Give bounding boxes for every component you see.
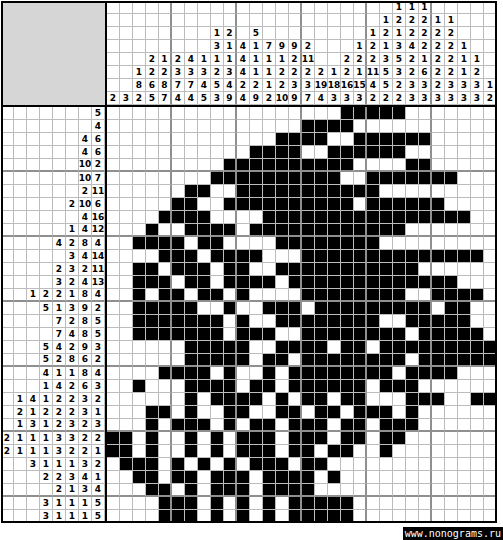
grid-cell-filled[interactable] (354, 107, 367, 120)
grid-cell-empty[interactable] (367, 471, 380, 484)
grid-cell-filled[interactable] (341, 367, 354, 380)
grid-cell-filled[interactable] (354, 276, 367, 289)
grid-cell-filled[interactable] (224, 172, 237, 185)
grid-cell-empty[interactable] (133, 146, 146, 159)
grid-cell-filled[interactable] (328, 497, 341, 510)
grid-cell-filled[interactable] (328, 237, 341, 250)
grid-cell-empty[interactable] (146, 380, 159, 393)
grid-cell-empty[interactable] (354, 120, 367, 133)
grid-cell-empty[interactable] (172, 484, 185, 497)
grid-cell-filled[interactable] (302, 289, 315, 302)
grid-cell-filled[interactable] (289, 211, 302, 224)
grid-cell-filled[interactable] (276, 133, 289, 146)
grid-cell-empty[interactable] (237, 107, 250, 120)
grid-cell-empty[interactable] (133, 406, 146, 419)
grid-cell-filled[interactable] (198, 328, 211, 341)
grid-cell-filled[interactable] (367, 146, 380, 159)
grid-cell-filled[interactable] (315, 380, 328, 393)
grid-cell-empty[interactable] (458, 445, 471, 458)
grid-cell-empty[interactable] (133, 172, 146, 185)
grid-cell-filled[interactable] (354, 185, 367, 198)
grid-cell-filled[interactable] (393, 380, 406, 393)
grid-cell-empty[interactable] (185, 237, 198, 250)
grid-cell-empty[interactable] (276, 250, 289, 263)
grid-cell-filled[interactable] (133, 276, 146, 289)
grid-cell-empty[interactable] (107, 328, 120, 341)
grid-cell-filled[interactable] (406, 393, 419, 406)
grid-cell-empty[interactable] (471, 237, 484, 250)
grid-cell-filled[interactable] (263, 458, 276, 471)
grid-cell-empty[interactable] (146, 354, 159, 367)
grid-cell-empty[interactable] (419, 146, 432, 159)
grid-cell-filled[interactable] (393, 302, 406, 315)
grid-cell-filled[interactable] (367, 315, 380, 328)
grid-cell-empty[interactable] (224, 133, 237, 146)
grid-cell-empty[interactable] (133, 198, 146, 211)
grid-cell-empty[interactable] (107, 224, 120, 237)
grid-cell-filled[interactable] (445, 289, 458, 302)
grid-cell-filled[interactable] (302, 315, 315, 328)
grid-cell-empty[interactable] (458, 393, 471, 406)
grid-cell-filled[interactable] (315, 393, 328, 406)
grid-cell-filled[interactable] (146, 276, 159, 289)
grid-cell-filled[interactable] (211, 432, 224, 445)
grid-cell-empty[interactable] (458, 198, 471, 211)
grid-cell-empty[interactable] (107, 341, 120, 354)
grid-cell-filled[interactable] (185, 380, 198, 393)
grid-cell-empty[interactable] (237, 367, 250, 380)
grid-cell-empty[interactable] (419, 432, 432, 445)
grid-cell-empty[interactable] (250, 497, 263, 510)
grid-cell-filled[interactable] (315, 185, 328, 198)
grid-cell-filled[interactable] (406, 211, 419, 224)
grid-cell-empty[interactable] (172, 393, 185, 406)
grid-cell-filled[interactable] (328, 224, 341, 237)
grid-cell-empty[interactable] (445, 458, 458, 471)
grid-cell-filled[interactable] (315, 172, 328, 185)
grid-cell-filled[interactable] (471, 289, 484, 302)
grid-cell-filled[interactable] (198, 263, 211, 276)
grid-cell-filled[interactable] (445, 354, 458, 367)
grid-cell-filled[interactable] (263, 185, 276, 198)
grid-cell-empty[interactable] (211, 276, 224, 289)
grid-cell-empty[interactable] (328, 393, 341, 406)
grid-cell-filled[interactable] (380, 445, 393, 458)
grid-cell-filled[interactable] (211, 237, 224, 250)
grid-cell-empty[interactable] (146, 211, 159, 224)
grid-cell-filled[interactable] (237, 354, 250, 367)
grid-cell-filled[interactable] (276, 198, 289, 211)
grid-cell-filled[interactable] (354, 224, 367, 237)
grid-cell-empty[interactable] (185, 133, 198, 146)
grid-cell-empty[interactable] (419, 445, 432, 458)
grid-cell-filled[interactable] (185, 224, 198, 237)
grid-cell-filled[interactable] (172, 250, 185, 263)
grid-cell-filled[interactable] (393, 289, 406, 302)
grid-cell-empty[interactable] (107, 120, 120, 133)
grid-cell-empty[interactable] (250, 367, 263, 380)
grid-cell-filled[interactable] (432, 289, 445, 302)
grid-cell-filled[interactable] (237, 484, 250, 497)
grid-cell-filled[interactable] (250, 159, 263, 172)
grid-cell-filled[interactable] (354, 289, 367, 302)
grid-cell-empty[interactable] (172, 445, 185, 458)
grid-cell-empty[interactable] (354, 497, 367, 510)
grid-cell-empty[interactable] (120, 133, 133, 146)
grid-cell-filled[interactable] (289, 185, 302, 198)
grid-cell-empty[interactable] (471, 107, 484, 120)
grid-cell-empty[interactable] (393, 315, 406, 328)
grid-cell-filled[interactable] (393, 198, 406, 211)
grid-cell-empty[interactable] (458, 380, 471, 393)
grid-cell-filled[interactable] (276, 146, 289, 159)
grid-cell-empty[interactable] (458, 432, 471, 445)
grid-cell-empty[interactable] (276, 120, 289, 133)
grid-cell-filled[interactable] (276, 159, 289, 172)
grid-cell-filled[interactable] (146, 406, 159, 419)
grid-cell-filled[interactable] (120, 432, 133, 445)
grid-cell-filled[interactable] (367, 328, 380, 341)
grid-cell-filled[interactable] (315, 263, 328, 276)
grid-cell-filled[interactable] (263, 224, 276, 237)
grid-cell-filled[interactable] (237, 289, 250, 302)
grid-cell-empty[interactable] (107, 484, 120, 497)
grid-cell-filled[interactable] (302, 419, 315, 432)
grid-cell-filled[interactable] (302, 263, 315, 276)
grid-cell-empty[interactable] (406, 458, 419, 471)
grid-cell-filled[interactable] (263, 367, 276, 380)
grid-cell-filled[interactable] (211, 354, 224, 367)
grid-cell-filled[interactable] (276, 302, 289, 315)
grid-cell-empty[interactable] (159, 133, 172, 146)
grid-cell-empty[interactable] (263, 120, 276, 133)
grid-cell-empty[interactable] (406, 328, 419, 341)
grid-cell-filled[interactable] (302, 120, 315, 133)
grid-cell-filled[interactable] (198, 185, 211, 198)
grid-cell-empty[interactable] (185, 107, 198, 120)
grid-cell-filled[interactable] (237, 250, 250, 263)
grid-cell-empty[interactable] (406, 146, 419, 159)
grid-cell-empty[interactable] (458, 159, 471, 172)
grid-cell-filled[interactable] (302, 198, 315, 211)
grid-cell-empty[interactable] (159, 380, 172, 393)
grid-cell-empty[interactable] (432, 133, 445, 146)
grid-cell-empty[interactable] (432, 146, 445, 159)
grid-cell-empty[interactable] (159, 146, 172, 159)
grid-cell-filled[interactable] (458, 354, 471, 367)
grid-cell-filled[interactable] (367, 185, 380, 198)
grid-cell-empty[interactable] (146, 120, 159, 133)
grid-cell-empty[interactable] (432, 185, 445, 198)
grid-cell-filled[interactable] (367, 406, 380, 419)
grid-cell-filled[interactable] (380, 146, 393, 159)
grid-cell-filled[interactable] (419, 341, 432, 354)
grid-cell-filled[interactable] (380, 172, 393, 185)
grid-cell-filled[interactable] (380, 198, 393, 211)
grid-cell-empty[interactable] (133, 341, 146, 354)
grid-cell-filled[interactable] (341, 211, 354, 224)
grid-cell-filled[interactable] (289, 159, 302, 172)
grid-cell-empty[interactable] (237, 380, 250, 393)
grid-cell-empty[interactable] (224, 120, 237, 133)
grid-cell-filled[interactable] (406, 172, 419, 185)
grid-cell-filled[interactable] (185, 367, 198, 380)
grid-cell-filled[interactable] (328, 367, 341, 380)
grid-cell-empty[interactable] (107, 393, 120, 406)
grid-cell-empty[interactable] (198, 471, 211, 484)
grid-cell-empty[interactable] (419, 458, 432, 471)
grid-cell-filled[interactable] (315, 458, 328, 471)
grid-cell-filled[interactable] (354, 250, 367, 263)
grid-cell-filled[interactable] (341, 354, 354, 367)
grid-cell-filled[interactable] (172, 419, 185, 432)
grid-cell-empty[interactable] (120, 237, 133, 250)
grid-cell-empty[interactable] (172, 276, 185, 289)
grid-cell-filled[interactable] (198, 315, 211, 328)
grid-cell-filled[interactable] (159, 367, 172, 380)
grid-cell-filled[interactable] (263, 198, 276, 211)
grid-cell-filled[interactable] (367, 367, 380, 380)
grid-cell-filled[interactable] (224, 263, 237, 276)
grid-cell-empty[interactable] (211, 107, 224, 120)
grid-cell-filled[interactable] (263, 211, 276, 224)
grid-cell-empty[interactable] (406, 289, 419, 302)
grid-cell-empty[interactable] (107, 172, 120, 185)
grid-cell-empty[interactable] (393, 471, 406, 484)
grid-cell-empty[interactable] (107, 211, 120, 224)
grid-cell-empty[interactable] (445, 263, 458, 276)
grid-cell-filled[interactable] (315, 224, 328, 237)
grid-cell-empty[interactable] (445, 120, 458, 133)
grid-cell-empty[interactable] (120, 276, 133, 289)
grid-cell-empty[interactable] (380, 393, 393, 406)
grid-cell-filled[interactable] (302, 432, 315, 445)
grid-cell-empty[interactable] (120, 393, 133, 406)
grid-cell-filled[interactable] (276, 172, 289, 185)
grid-cell-filled[interactable] (263, 328, 276, 341)
grid-cell-empty[interactable] (419, 471, 432, 484)
grid-cell-filled[interactable] (302, 211, 315, 224)
grid-cell-filled[interactable] (380, 367, 393, 380)
grid-cell-empty[interactable] (328, 341, 341, 354)
grid-cell-filled[interactable] (289, 497, 302, 510)
grid-cell-empty[interactable] (107, 419, 120, 432)
grid-cell-filled[interactable] (224, 341, 237, 354)
grid-cell-filled[interactable] (367, 250, 380, 263)
grid-cell-filled[interactable] (133, 263, 146, 276)
grid-cell-empty[interactable] (328, 419, 341, 432)
grid-cell-empty[interactable] (445, 484, 458, 497)
grid-cell-empty[interactable] (107, 146, 120, 159)
grid-cell-empty[interactable] (120, 159, 133, 172)
grid-cell-filled[interactable] (367, 276, 380, 289)
grid-cell-empty[interactable] (120, 172, 133, 185)
grid-cell-filled[interactable] (328, 302, 341, 315)
grid-cell-empty[interactable] (445, 393, 458, 406)
grid-cell-empty[interactable] (198, 432, 211, 445)
grid-cell-empty[interactable] (289, 328, 302, 341)
grid-cell-empty[interactable] (237, 133, 250, 146)
grid-cell-empty[interactable] (302, 146, 315, 159)
grid-cell-empty[interactable] (237, 146, 250, 159)
grid-cell-empty[interactable] (133, 107, 146, 120)
grid-cell-empty[interactable] (250, 133, 263, 146)
grid-cell-filled[interactable] (406, 315, 419, 328)
grid-cell-empty[interactable] (198, 497, 211, 510)
grid-cell-empty[interactable] (445, 107, 458, 120)
grid-cell-empty[interactable] (172, 224, 185, 237)
grid-cell-filled[interactable] (198, 354, 211, 367)
grid-cell-empty[interactable] (172, 432, 185, 445)
grid-cell-filled[interactable] (289, 380, 302, 393)
grid-cell-filled[interactable] (315, 497, 328, 510)
grid-cell-filled[interactable] (289, 146, 302, 159)
grid-cell-filled[interactable] (159, 237, 172, 250)
grid-cell-filled[interactable] (146, 419, 159, 432)
grid-cell-empty[interactable] (237, 211, 250, 224)
grid-cell-filled[interactable] (354, 406, 367, 419)
grid-cell-filled[interactable] (445, 276, 458, 289)
grid-cell-filled[interactable] (185, 393, 198, 406)
grid-cell-filled[interactable] (237, 406, 250, 419)
grid-cell-empty[interactable] (471, 172, 484, 185)
grid-cell-empty[interactable] (133, 159, 146, 172)
grid-cell-empty[interactable] (471, 458, 484, 471)
grid-cell-empty[interactable] (211, 133, 224, 146)
grid-cell-empty[interactable] (250, 107, 263, 120)
grid-cell-empty[interactable] (393, 445, 406, 458)
grid-cell-filled[interactable] (341, 263, 354, 276)
grid-cell-empty[interactable] (393, 185, 406, 198)
grid-cell-filled[interactable] (289, 445, 302, 458)
grid-cell-filled[interactable] (185, 406, 198, 419)
grid-cell-empty[interactable] (380, 185, 393, 198)
grid-cell-empty[interactable] (224, 289, 237, 302)
grid-cell-filled[interactable] (159, 406, 172, 419)
grid-cell-empty[interactable] (471, 133, 484, 146)
grid-cell-filled[interactable] (302, 354, 315, 367)
grid-cell-empty[interactable] (172, 354, 185, 367)
grid-cell-filled[interactable] (354, 432, 367, 445)
grid-cell-filled[interactable] (211, 328, 224, 341)
grid-cell-empty[interactable] (224, 497, 237, 510)
grid-cell-empty[interactable] (133, 354, 146, 367)
grid-cell-filled[interactable] (432, 367, 445, 380)
grid-cell-empty[interactable] (341, 133, 354, 146)
grid-cell-empty[interactable] (107, 263, 120, 276)
grid-cell-empty[interactable] (263, 289, 276, 302)
grid-cell-empty[interactable] (393, 159, 406, 172)
grid-cell-empty[interactable] (172, 107, 185, 120)
grid-cell-filled[interactable] (393, 263, 406, 276)
grid-cell-empty[interactable] (393, 120, 406, 133)
grid-cell-empty[interactable] (146, 289, 159, 302)
grid-cell-filled[interactable] (159, 276, 172, 289)
grid-cell-filled[interactable] (172, 367, 185, 380)
grid-cell-empty[interactable] (471, 471, 484, 484)
grid-cell-empty[interactable] (393, 367, 406, 380)
grid-cell-filled[interactable] (328, 263, 341, 276)
grid-cell-empty[interactable] (276, 107, 289, 120)
grid-cell-empty[interactable] (458, 458, 471, 471)
grid-cell-filled[interactable] (315, 237, 328, 250)
grid-cell-empty[interactable] (367, 445, 380, 458)
grid-cell-empty[interactable] (172, 159, 185, 172)
grid-cell-filled[interactable] (393, 146, 406, 159)
grid-cell-filled[interactable] (250, 250, 263, 263)
grid-cell-empty[interactable] (419, 107, 432, 120)
grid-cell-filled[interactable] (315, 211, 328, 224)
grid-cell-filled[interactable] (250, 380, 263, 393)
grid-cell-filled[interactable] (419, 172, 432, 185)
grid-cell-filled[interactable] (159, 302, 172, 315)
grid-cell-empty[interactable] (120, 471, 133, 484)
grid-cell-filled[interactable] (263, 302, 276, 315)
grid-cell-filled[interactable] (328, 445, 341, 458)
grid-cell-empty[interactable] (341, 484, 354, 497)
grid-cell-filled[interactable] (367, 289, 380, 302)
grid-cell-empty[interactable] (393, 484, 406, 497)
grid-cell-filled[interactable] (211, 393, 224, 406)
grid-cell-filled[interactable] (289, 484, 302, 497)
grid-cell-empty[interactable] (198, 445, 211, 458)
grid-cell-empty[interactable] (445, 380, 458, 393)
grid-cell-filled[interactable] (146, 224, 159, 237)
grid-cell-empty[interactable] (159, 458, 172, 471)
grid-cell-filled[interactable] (341, 250, 354, 263)
grid-cell-empty[interactable] (237, 458, 250, 471)
grid-cell-empty[interactable] (380, 120, 393, 133)
grid-cell-empty[interactable] (471, 445, 484, 458)
grid-cell-filled[interactable] (393, 172, 406, 185)
grid-cell-filled[interactable] (328, 471, 341, 484)
grid-cell-filled[interactable] (224, 159, 237, 172)
grid-cell-filled[interactable] (432, 250, 445, 263)
grid-cell-empty[interactable] (172, 185, 185, 198)
grid-cell-filled[interactable] (146, 458, 159, 471)
grid-cell-filled[interactable] (380, 419, 393, 432)
grid-cell-filled[interactable] (419, 315, 432, 328)
grid-cell-empty[interactable] (198, 133, 211, 146)
grid-cell-filled[interactable] (445, 367, 458, 380)
grid-cell-empty[interactable] (133, 120, 146, 133)
grid-cell-filled[interactable] (380, 289, 393, 302)
grid-cell-empty[interactable] (406, 471, 419, 484)
grid-cell-filled[interactable] (263, 419, 276, 432)
grid-cell-filled[interactable] (224, 393, 237, 406)
grid-cell-filled[interactable] (328, 159, 341, 172)
grid-cell-empty[interactable] (367, 380, 380, 393)
grid-cell-filled[interactable] (419, 250, 432, 263)
grid-cell-empty[interactable] (224, 146, 237, 159)
grid-cell-filled[interactable] (419, 133, 432, 146)
grid-cell-empty[interactable] (380, 237, 393, 250)
grid-cell-filled[interactable] (315, 341, 328, 354)
grid-cell-empty[interactable] (432, 224, 445, 237)
grid-cell-empty[interactable] (250, 263, 263, 276)
grid-cell-filled[interactable] (211, 380, 224, 393)
grid-cell-filled[interactable] (224, 302, 237, 315)
grid-cell-filled[interactable] (432, 198, 445, 211)
grid-cell-empty[interactable] (458, 263, 471, 276)
grid-cell-empty[interactable] (432, 432, 445, 445)
grid-cell-filled[interactable] (185, 185, 198, 198)
grid-cell-empty[interactable] (289, 393, 302, 406)
grid-cell-filled[interactable] (341, 237, 354, 250)
grid-cell-filled[interactable] (276, 341, 289, 354)
grid-cell-empty[interactable] (471, 263, 484, 276)
grid-cell-filled[interactable] (263, 159, 276, 172)
